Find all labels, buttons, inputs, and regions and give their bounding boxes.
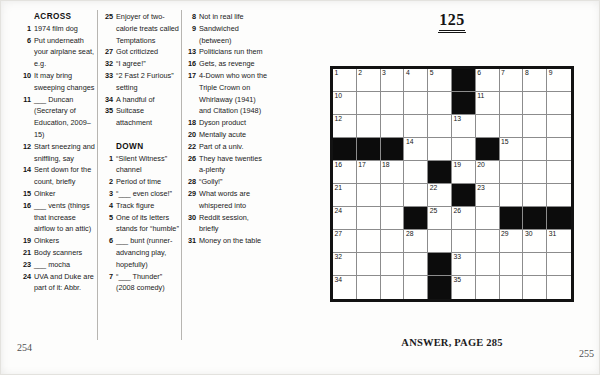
grid-cell-white[interactable]	[547, 92, 571, 115]
clue: 4Track figure	[102, 200, 180, 212]
cell-number: 13	[453, 115, 461, 123]
clue: 11___ Duncan (Secretary of Education, 20…	[20, 94, 97, 141]
clue: 25Enjoyer of two-calorie treats called T…	[102, 11, 180, 46]
clue: 13Politicians run them	[185, 46, 268, 58]
cell-number: 10	[335, 92, 343, 100]
grid-cell-white[interactable]	[523, 161, 547, 184]
cell-number: 27	[335, 230, 343, 238]
grid-cell-white[interactable]	[523, 115, 547, 138]
clue: 11974 film dog	[20, 23, 97, 35]
cell-number: 8	[525, 69, 529, 77]
grid-cell-white[interactable]: 31	[547, 230, 571, 253]
grid-cell-black	[428, 276, 452, 299]
clue-number: 15	[20, 188, 31, 200]
grid-cell-white[interactable]: 33	[452, 253, 476, 276]
clue: 1“Silent Witness” channel	[102, 153, 180, 177]
grid-cell-white[interactable]	[547, 115, 571, 138]
grid-cell-white[interactable]: 15	[500, 138, 524, 161]
clue: 20Mentally acute	[185, 129, 268, 141]
clue: 8Not in real life	[185, 11, 268, 23]
column-divider	[97, 10, 98, 340]
down-header: DOWN	[116, 141, 180, 153]
grid-cell-white[interactable]	[357, 207, 381, 230]
clue: 9Sandwiched (between)	[185, 23, 268, 47]
grid-cell-white[interactable]	[476, 115, 500, 138]
grid-cell-white[interactable]	[523, 138, 547, 161]
grid-cell-white[interactable]	[404, 115, 428, 138]
grid-cell-white[interactable]: 32	[333, 253, 357, 276]
clue-number: 6	[102, 235, 113, 270]
grid-cell-white[interactable]: 34	[333, 276, 357, 299]
grid-cell-white[interactable]: 14	[404, 138, 428, 161]
clue-number: 8	[185, 11, 196, 23]
grid-cell-black	[381, 138, 405, 161]
clue-number: 1	[102, 153, 113, 177]
grid-cell-white[interactable]: 21	[333, 184, 357, 207]
clue-number: 11	[20, 94, 31, 141]
clue-text: “___ Thunder” (2008 comedy)	[116, 271, 180, 295]
grid-cell-black	[333, 138, 357, 161]
grid-cell-black	[547, 207, 571, 230]
grid-cell-white[interactable]: 10	[333, 92, 357, 115]
grid-cell-white[interactable]	[452, 230, 476, 253]
clue-text: Gets, as revenge	[199, 58, 268, 70]
clue-number: 1	[20, 23, 31, 35]
clue-number: 28	[185, 176, 196, 188]
cell-number: 20	[477, 161, 485, 169]
clue-number: 14	[20, 164, 31, 188]
grid-cell-white[interactable]	[452, 138, 476, 161]
clue-number: 33	[102, 70, 113, 94]
grid-cell-black	[452, 184, 476, 207]
clue: 15Oinker	[20, 188, 97, 200]
clue-number: 13	[185, 46, 196, 58]
clue-number: 27	[102, 46, 113, 58]
grid-cell-white[interactable]	[500, 184, 524, 207]
puzzle-number-text: 125	[439, 11, 465, 31]
clue: 30Reddit session, briefly	[185, 212, 268, 236]
grid-cell-white[interactable]	[428, 92, 452, 115]
grid-cell-white[interactable]	[357, 253, 381, 276]
grid-cell-black	[523, 207, 547, 230]
clue-number: 16	[20, 200, 31, 235]
clue: 2Period of time	[102, 176, 180, 188]
crossword-grid-frame: 1234567891011121314151617181920212223242…	[330, 66, 574, 302]
grid-cell-white[interactable]	[547, 253, 571, 276]
clue-text: 1974 film dog	[34, 23, 97, 35]
cell-number: 23	[477, 184, 485, 192]
grid-cell-white[interactable]: 9	[547, 69, 571, 92]
clue-column-3: 8Not in real life9Sandwiched (between)13…	[185, 11, 268, 247]
across-header: ACROSS	[34, 11, 97, 23]
clue-number: 35	[102, 105, 113, 129]
grid-cell-white[interactable]: 13	[452, 115, 476, 138]
cell-number: 28	[406, 230, 414, 238]
grid-cell-white[interactable]	[404, 161, 428, 184]
grid-cell-white[interactable]	[381, 253, 405, 276]
page-number-left: 254	[17, 342, 32, 353]
cell-number: 16	[335, 161, 343, 169]
grid-cell-white[interactable]	[500, 276, 524, 299]
grid-cell-white[interactable]	[476, 230, 500, 253]
cell-number: 31	[549, 230, 557, 238]
cell-number: 4	[406, 69, 410, 77]
cell-number: 21	[335, 184, 343, 192]
grid-cell-black	[404, 207, 428, 230]
cell-number: 34	[335, 276, 343, 284]
clue-number: 4	[102, 200, 113, 212]
spacer	[102, 129, 180, 141]
grid-cell-white[interactable]	[476, 253, 500, 276]
grid-cell-white[interactable]	[381, 207, 405, 230]
clue-text: Politicians run them	[199, 46, 268, 58]
cell-number: 22	[430, 184, 438, 192]
clue-text: One of its letters stands for “humble”	[116, 212, 180, 236]
grid-cell-black	[357, 138, 381, 161]
grid-cell-white[interactable]: 27	[333, 230, 357, 253]
clue-text: ___ mocha	[34, 259, 97, 271]
cell-number: 1	[335, 69, 339, 77]
grid-cell-white[interactable]	[500, 115, 524, 138]
grid-cell-white[interactable]	[404, 184, 428, 207]
grid-cell-white[interactable]: 30	[523, 230, 547, 253]
cell-number: 12	[335, 115, 343, 123]
clue-text: “Silent Witness” channel	[116, 153, 180, 177]
grid-cell-white[interactable]	[547, 161, 571, 184]
clue: 32“I agree!”	[102, 58, 180, 70]
grid-cell-black	[476, 138, 500, 161]
clue: 23___ mocha	[20, 259, 97, 271]
clue-number: 32	[102, 58, 113, 70]
grid-cell-white[interactable]	[523, 92, 547, 115]
grid-cell-white[interactable]	[357, 276, 381, 299]
clue-text: “I agree!”	[116, 58, 180, 70]
grid-cell-white[interactable]	[357, 230, 381, 253]
grid-cell-white[interactable]	[357, 184, 381, 207]
clue-text: 4-Down who won the Triple Crown on Whirl…	[199, 70, 268, 117]
grid-cell-white[interactable]: 5	[428, 69, 452, 92]
grid-cell-white[interactable]	[381, 92, 405, 115]
cell-number: 17	[358, 161, 366, 169]
column-divider	[181, 10, 182, 340]
cell-number: 33	[453, 253, 461, 261]
clue-column-1: ACROSS11974 film dog6Put underneath your…	[20, 11, 97, 294]
cell-number: 9	[549, 69, 553, 77]
grid-cell-white[interactable]: 25	[428, 207, 452, 230]
clue-number: 25	[102, 11, 113, 46]
clue-text: Sandwiched (between)	[199, 23, 268, 47]
grid-cell-black	[452, 69, 476, 92]
clue-number: 18	[185, 117, 196, 129]
clue: 16Gets, as revenge	[185, 58, 268, 70]
clue-column-2: 25Enjoyer of two-calorie treats called T…	[102, 11, 180, 294]
clue-text: Got criticized	[116, 46, 180, 58]
grid-cell-white[interactable]: 16	[333, 161, 357, 184]
grid-cell-white[interactable]	[381, 276, 405, 299]
grid-cell-white[interactable]	[547, 276, 571, 299]
grid-cell-white[interactable]	[500, 92, 524, 115]
grid-cell-white[interactable]: 35	[452, 276, 476, 299]
cell-number: 14	[406, 138, 414, 146]
grid-cell-white[interactable]: 3	[381, 69, 405, 92]
clue-text: Start sneezing and sniffling, say	[34, 141, 97, 165]
book-spread: ACROSS11974 film dog6Put underneath your…	[0, 0, 600, 375]
grid-cell-white[interactable]: 24	[333, 207, 357, 230]
cell-number: 3	[382, 69, 386, 77]
clue: 10It may bring sweeping changes	[20, 70, 97, 94]
clue-text: “2 Fast 2 Furious” setting	[116, 70, 180, 94]
clue-text: “___ even close!”	[116, 188, 180, 200]
clue-number: 6	[20, 35, 31, 70]
clue: 24UVA and Duke are part of it: Abbr.	[20, 271, 97, 295]
clue: 6Put underneath your airplane seat, e.g.	[20, 35, 97, 70]
cell-number: 2	[358, 69, 362, 77]
grid-cell-white[interactable]: 20	[476, 161, 500, 184]
clue-text: They have twenties a-plenty	[199, 153, 268, 177]
clue-text: Period of time	[116, 176, 180, 188]
clue-text: ___ bunt (runner-advancing play, hopeful…	[116, 235, 180, 270]
clue-text: Part of a univ.	[199, 141, 268, 153]
grid-cell-white[interactable]: 17	[357, 161, 381, 184]
clue-text: UVA and Duke are part of it: Abbr.	[34, 271, 97, 295]
clue-text: Enjoyer of two-calorie treats called Tem…	[116, 11, 180, 46]
cell-number: 24	[335, 207, 343, 215]
grid-cell-white[interactable]: 7	[500, 69, 524, 92]
clue: 29What words are whispered into	[185, 188, 268, 212]
grid-cell-white[interactable]: 12	[333, 115, 357, 138]
clue-number: 23	[20, 259, 31, 271]
clue-text: It may bring sweeping changes	[34, 70, 97, 94]
clue-text: What words are whispered into	[199, 188, 268, 212]
answer-note: ANSWER, PAGE 285	[330, 337, 574, 348]
cell-number: 18	[382, 161, 390, 169]
clue-text: Reddit session, briefly	[199, 212, 268, 236]
crossword-grid: 1234567891011121314151617181920212223242…	[333, 69, 571, 299]
cell-number: 32	[335, 253, 343, 261]
grid-cell-white[interactable]: 11	[476, 92, 500, 115]
grid-cell-white[interactable]: 1	[333, 69, 357, 92]
grid-cell-white[interactable]	[381, 115, 405, 138]
grid-cell-white[interactable]	[547, 138, 571, 161]
clue-number: 16	[185, 58, 196, 70]
puzzle-number: 125	[330, 11, 574, 33]
clue-text: A handful of	[116, 94, 180, 106]
clue: 5One of its letters stands for “humble”	[102, 212, 180, 236]
clue-text: ___ vents (things that increase airflow …	[34, 200, 97, 235]
clue-text: Oinker	[34, 188, 97, 200]
grid-cell-white[interactable]	[404, 253, 428, 276]
clue-number: 10	[20, 70, 31, 94]
clue-text: Not in real life	[199, 11, 268, 23]
clue-text: Mentally acute	[199, 129, 268, 141]
clue-number: 2	[102, 176, 113, 188]
clue-text: Track figure	[116, 200, 180, 212]
clue: 33“2 Fast 2 Furious” setting	[102, 70, 180, 94]
clue: 19Oinkers	[20, 235, 97, 247]
clue-number: 21	[20, 247, 31, 259]
grid-cell-white[interactable]	[476, 276, 500, 299]
clue-number: 20	[185, 129, 196, 141]
clue: 12Start sneezing and sniffling, say	[20, 141, 97, 165]
grid-cell-white[interactable]	[523, 253, 547, 276]
grid-cell-white[interactable]: 2	[357, 69, 381, 92]
clue-number: 22	[185, 141, 196, 153]
grid-cell-black	[452, 92, 476, 115]
cell-number: 11	[477, 92, 484, 100]
clue-number: 5	[102, 212, 113, 236]
grid-cell-white[interactable]	[547, 184, 571, 207]
cell-number: 5	[430, 69, 434, 77]
grid-cell-white[interactable]	[428, 138, 452, 161]
grid-cell-white[interactable]	[428, 115, 452, 138]
clue-text: Body scanners	[34, 247, 97, 259]
grid-cell-white[interactable]: 26	[452, 207, 476, 230]
grid-cell-black	[428, 161, 452, 184]
grid-cell-white[interactable]	[428, 230, 452, 253]
cell-number: 7	[501, 69, 505, 77]
clue: 3“___ even close!”	[102, 188, 180, 200]
clue: 35Suitcase attachment	[102, 105, 180, 129]
clue-text: Money on the table	[199, 235, 268, 247]
clue: 34A handful of	[102, 94, 180, 106]
clue: 6___ bunt (runner-advancing play, hopefu…	[102, 235, 180, 270]
grid-cell-white[interactable]: 6	[476, 69, 500, 92]
clue-number: 30	[185, 212, 196, 236]
grid-cell-white[interactable]	[500, 253, 524, 276]
grid-cell-white[interactable]: 29	[500, 230, 524, 253]
grid-cell-white[interactable]	[523, 184, 547, 207]
clue-number: 19	[20, 235, 31, 247]
clue: 31Money on the table	[185, 235, 268, 247]
cell-number: 19	[453, 161, 461, 169]
cell-number: 35	[453, 276, 461, 284]
clue-number: 31	[185, 235, 196, 247]
clue-number: 24	[20, 271, 31, 295]
grid-cell-white[interactable]: 22	[428, 184, 452, 207]
grid-cell-white[interactable]: 28	[404, 230, 428, 253]
clue-text: Put underneath your airplane seat, e.g.	[34, 35, 97, 70]
clue: 14Sent down for the count, briefly	[20, 164, 97, 188]
clue: 18Dyson product	[185, 117, 268, 129]
clue-number: 7	[102, 271, 113, 295]
clue: 26They have twenties a-plenty	[185, 153, 268, 177]
grid-cell-white[interactable]	[357, 115, 381, 138]
clue-number: 9	[185, 23, 196, 47]
clue: 22Part of a univ.	[185, 141, 268, 153]
clue: 28“Golly!”	[185, 176, 268, 188]
clue-number: 3	[102, 188, 113, 200]
grid-cell-white[interactable]	[476, 207, 500, 230]
cell-number: 30	[525, 230, 533, 238]
grid-cell-white[interactable]	[404, 92, 428, 115]
cell-number: 15	[501, 138, 509, 146]
clue-number: 26	[185, 153, 196, 177]
clue-text: Dyson product	[199, 117, 268, 129]
grid-cell-white[interactable]	[523, 276, 547, 299]
grid-cell-white[interactable]: 8	[523, 69, 547, 92]
page-number-right: 255	[579, 348, 594, 359]
grid-cell-white[interactable]: 23	[476, 184, 500, 207]
grid-cell-white[interactable]	[381, 184, 405, 207]
grid-cell-white[interactable]	[357, 92, 381, 115]
grid-cell-black	[500, 207, 524, 230]
cell-number: 25	[430, 207, 438, 215]
cell-number: 26	[453, 207, 461, 215]
clue-number: 17	[185, 70, 196, 117]
clue-text: Oinkers	[34, 235, 97, 247]
clue: 16___ vents (things that increase airflo…	[20, 200, 97, 235]
grid-cell-white[interactable]: 4	[404, 69, 428, 92]
clue-text: Suitcase attachment	[116, 105, 180, 129]
grid-cell-white[interactable]	[500, 161, 524, 184]
clue-number: 12	[20, 141, 31, 165]
clue: 27Got criticized	[102, 46, 180, 58]
clue-text: ___ Duncan (Secretary of Education, 2009…	[34, 94, 97, 141]
clue: 174-Down who won the Triple Crown on Whi…	[185, 70, 268, 117]
cell-number: 29	[501, 230, 509, 238]
clue: 7“___ Thunder” (2008 comedy)	[102, 271, 180, 295]
grid-cell-black	[428, 253, 452, 276]
cell-number: 6	[477, 69, 481, 77]
grid-cell-white[interactable]: 19	[452, 161, 476, 184]
grid-cell-white[interactable]	[381, 230, 405, 253]
clue-number: 34	[102, 94, 113, 106]
grid-cell-white[interactable]: 18	[381, 161, 405, 184]
grid-cell-white[interactable]	[404, 276, 428, 299]
clue-number: 29	[185, 188, 196, 212]
clue-text: Sent down for the count, briefly	[34, 164, 97, 188]
clue-text: “Golly!”	[199, 176, 268, 188]
clue: 21Body scanners	[20, 247, 97, 259]
